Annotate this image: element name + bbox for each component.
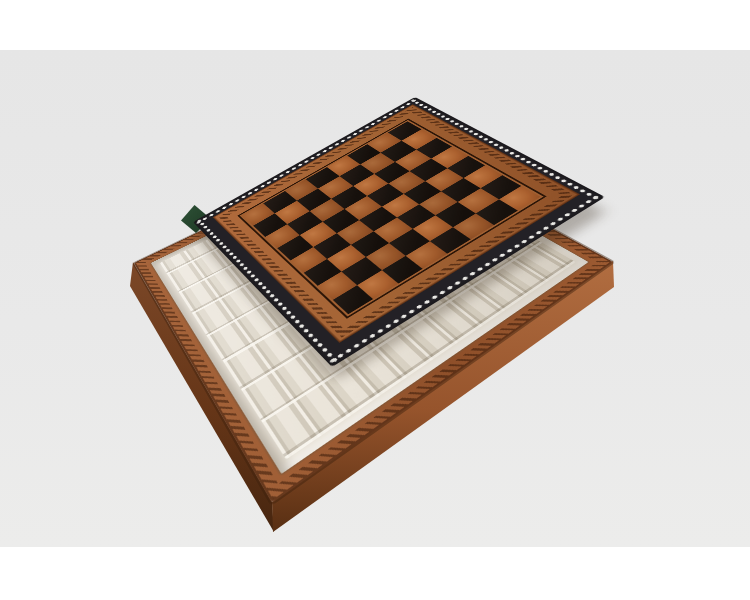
background-band-bottom (0, 547, 750, 600)
product-photo-stage (0, 0, 750, 600)
background-band-top (0, 0, 750, 50)
